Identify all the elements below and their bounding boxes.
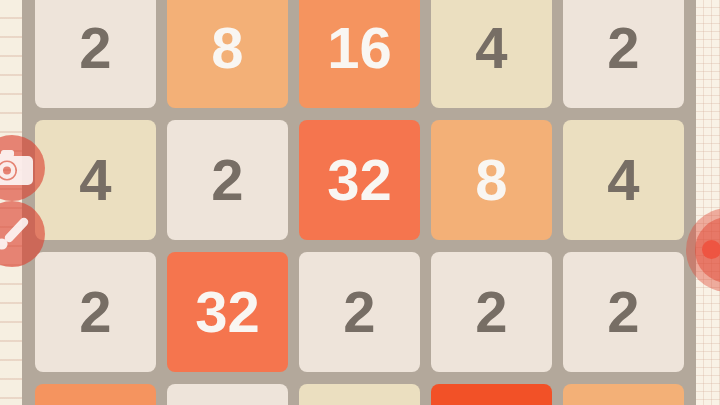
tile-value: 2 — [79, 19, 111, 77]
tile-r3c5-2: 2 — [563, 252, 684, 372]
tile-value: 32 — [327, 151, 392, 209]
tile-value: 2 — [79, 283, 111, 341]
camera-icon — [0, 150, 33, 186]
paintbrush-icon — [0, 216, 32, 252]
tile-value: 8 — [211, 19, 243, 77]
tile-r3c1-2: 2 — [35, 252, 156, 372]
tile-r2c4-8: 8 — [431, 120, 552, 240]
tile-r1c4-4: 4 — [431, 0, 552, 108]
tile-value: 16 — [327, 19, 392, 77]
tile-r1c3-16: 16 — [299, 0, 420, 108]
tile-r4c1-16: 16 — [35, 384, 156, 405]
board-grid[interactable]: 2816424232842322221624648 — [35, 0, 684, 405]
tile-r1c1-2: 2 — [35, 0, 156, 108]
tile-r4c2-2: 2 — [167, 384, 288, 405]
tile-r3c2-32: 32 — [167, 252, 288, 372]
tile-r2c5-4: 4 — [563, 120, 684, 240]
paper-background-right — [696, 0, 720, 405]
tile-value: 4 — [79, 151, 111, 209]
tile-value: 4 — [475, 19, 507, 77]
tile-r1c2-8: 8 — [167, 0, 288, 108]
tile-value: 8 — [475, 151, 507, 209]
tile-r2c1-4: 4 — [35, 120, 156, 240]
tile-value: 2 — [607, 283, 639, 341]
tile-r2c3-32: 32 — [299, 120, 420, 240]
tile-value: 32 — [195, 283, 260, 341]
tile-r3c4-2: 2 — [431, 252, 552, 372]
tile-r2c2-2: 2 — [167, 120, 288, 240]
joystick-dot-icon — [702, 240, 720, 259]
tile-r4c4-64: 64 — [431, 384, 552, 405]
tile-value: 2 — [343, 283, 375, 341]
tile-value: 2 — [607, 19, 639, 77]
tile-r1c5-2: 2 — [563, 0, 684, 108]
tile-r4c3-4: 4 — [299, 384, 420, 405]
tile-value: 2 — [475, 283, 507, 341]
tile-r4c5-8: 8 — [563, 384, 684, 405]
tile-value: 2 — [211, 151, 243, 209]
tile-value: 4 — [607, 151, 639, 209]
tile-r3c3-2: 2 — [299, 252, 420, 372]
